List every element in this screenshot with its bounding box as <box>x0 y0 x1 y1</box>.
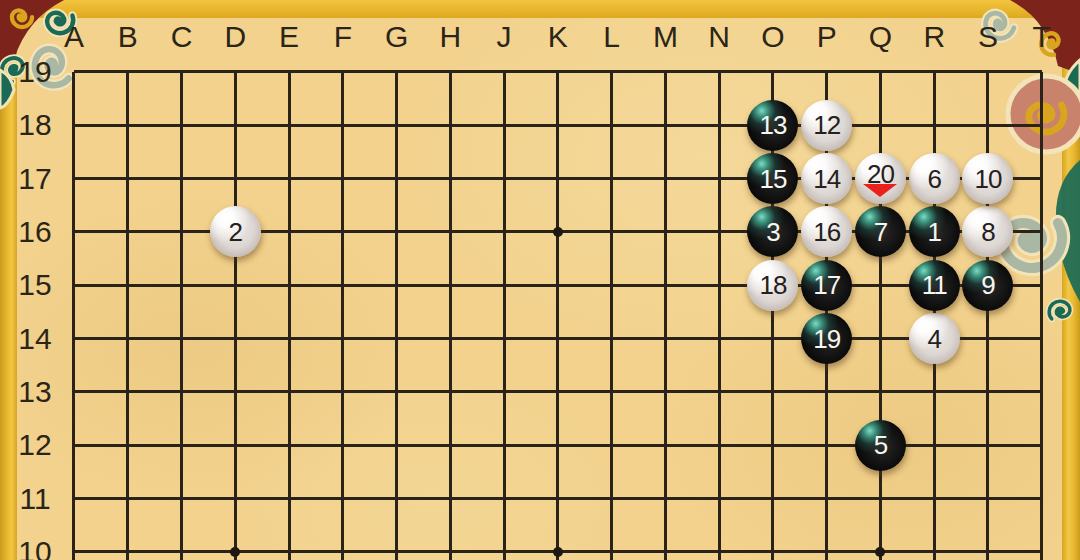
grid-line-v <box>933 472 936 525</box>
intersection-O15[interactable] <box>746 259 800 312</box>
grid-line-v <box>234 259 237 312</box>
grid-line-v <box>933 312 936 365</box>
grid-line-v <box>664 99 667 152</box>
intersection-D14[interactable] <box>208 312 262 365</box>
row-label-18: 18 <box>12 99 58 152</box>
grid-line-v <box>234 365 237 418</box>
grid-line-v <box>503 152 506 205</box>
intersection-O14[interactable] <box>746 312 800 365</box>
grid-line-v <box>341 152 344 205</box>
grid-line-v <box>1040 419 1043 472</box>
column-label-C: C <box>155 16 209 58</box>
intersection-F11[interactable] <box>316 472 370 525</box>
intersection-K16[interactable] <box>531 205 585 258</box>
go-board[interactable] <box>47 45 1069 560</box>
grid-line-v <box>825 419 828 472</box>
grid-line-h <box>1015 337 1042 340</box>
intersection-L16[interactable] <box>585 205 639 258</box>
row-label-16: 16 <box>12 205 58 258</box>
intersection-Q17[interactable] <box>854 152 908 205</box>
column-label-F: F <box>316 16 370 58</box>
intersection-F13[interactable] <box>316 365 370 418</box>
grid-line-h <box>74 70 101 73</box>
grid-line-v <box>825 525 828 560</box>
intersection-T16[interactable] <box>1015 205 1069 258</box>
grid-line-v <box>986 205 989 258</box>
intersection-T10[interactable] <box>1015 525 1069 560</box>
intersection-G16[interactable] <box>370 205 424 258</box>
grid-line-v <box>72 205 75 258</box>
intersection-S17[interactable] <box>961 152 1015 205</box>
intersection-Q15[interactable] <box>854 259 908 312</box>
intersection-M10[interactable] <box>639 525 693 560</box>
intersection-P15[interactable] <box>800 259 854 312</box>
intersection-P12[interactable] <box>800 419 854 472</box>
grid-line-v <box>933 365 936 418</box>
grid-line-v <box>718 525 721 560</box>
intersection-N14[interactable] <box>692 312 746 365</box>
column-label-K: K <box>531 16 585 58</box>
intersection-H14[interactable] <box>423 312 477 365</box>
intersection-C10[interactable] <box>155 525 209 560</box>
intersection-J13[interactable] <box>477 365 531 418</box>
grid-line-v <box>718 419 721 472</box>
grid-line-v <box>288 99 291 152</box>
intersection-J11[interactable] <box>477 472 531 525</box>
grid-line-v <box>503 365 506 418</box>
grid-line-v <box>180 99 183 152</box>
grid-line-v <box>288 205 291 258</box>
intersection-C16[interactable] <box>155 205 209 258</box>
intersection-R10[interactable] <box>907 525 961 560</box>
intersection-K15[interactable] <box>531 259 585 312</box>
intersection-Q16[interactable] <box>854 205 908 258</box>
intersection-M16[interactable] <box>639 205 693 258</box>
grid-line-v <box>288 72 291 99</box>
grid-line-v <box>503 472 506 525</box>
grid-line-v <box>395 419 398 472</box>
grid-line-v <box>72 72 75 99</box>
grid-line-v <box>288 259 291 312</box>
intersection-B16[interactable] <box>101 205 155 258</box>
intersection-B15[interactable] <box>101 259 155 312</box>
grid-line-v <box>72 312 75 365</box>
column-label-G: G <box>370 16 424 58</box>
intersection-D18[interactable] <box>208 99 262 152</box>
grid-line-v <box>664 472 667 525</box>
intersection-S14[interactable] <box>961 312 1015 365</box>
intersection-B18[interactable] <box>101 99 155 152</box>
column-label-J: J <box>477 16 531 58</box>
intersection-M11[interactable] <box>639 472 693 525</box>
intersection-N12[interactable] <box>692 419 746 472</box>
intersection-B12[interactable] <box>101 419 155 472</box>
intersection-J18[interactable] <box>477 99 531 152</box>
intersection-F12[interactable] <box>316 419 370 472</box>
grid-line-h <box>1015 124 1042 127</box>
grid-line-v <box>825 72 828 99</box>
intersection-E16[interactable] <box>262 205 316 258</box>
grid-line-v <box>879 259 882 312</box>
intersection-B11[interactable] <box>101 472 155 525</box>
grid-line-v <box>180 525 183 560</box>
intersection-R13[interactable] <box>907 365 961 418</box>
intersection-O13[interactable] <box>746 365 800 418</box>
intersection-P11[interactable] <box>800 472 854 525</box>
column-label-O: O <box>746 16 800 58</box>
intersection-E12[interactable] <box>262 419 316 472</box>
intersection-M17[interactable] <box>639 152 693 205</box>
intersection-R18[interactable] <box>907 99 961 152</box>
grid-line-v <box>718 259 721 312</box>
intersection-J12[interactable] <box>477 419 531 472</box>
grid-line-v <box>825 312 828 365</box>
intersection-N10[interactable] <box>692 525 746 560</box>
intersection-N17[interactable] <box>692 152 746 205</box>
intersection-J17[interactable] <box>477 152 531 205</box>
grid-line-v <box>395 312 398 365</box>
intersection-G13[interactable] <box>370 365 424 418</box>
intersection-E17[interactable] <box>262 152 316 205</box>
grid-line-v <box>180 72 183 99</box>
intersection-D11[interactable] <box>208 472 262 525</box>
grid-line-v <box>556 419 559 472</box>
intersection-L17[interactable] <box>585 152 639 205</box>
grid-line-v <box>395 72 398 99</box>
grid-line-v <box>180 259 183 312</box>
intersection-K13[interactable] <box>531 365 585 418</box>
intersection-D10[interactable] <box>208 525 262 560</box>
intersection-R15[interactable] <box>907 259 961 312</box>
intersection-H11[interactable] <box>423 472 477 525</box>
intersection-M18[interactable] <box>639 99 693 152</box>
intersection-Q12[interactable] <box>854 419 908 472</box>
intersection-D12[interactable] <box>208 419 262 472</box>
intersection-M13[interactable] <box>639 365 693 418</box>
intersection-H12[interactable] <box>423 419 477 472</box>
grid-line-v <box>556 472 559 525</box>
grid-line-h <box>1015 230 1042 233</box>
grid-line-v <box>126 365 129 418</box>
column-label-B: B <box>101 16 155 58</box>
grid-line-v <box>341 312 344 365</box>
intersection-B13[interactable] <box>101 365 155 418</box>
intersection-T13[interactable] <box>1015 365 1069 418</box>
grid-line-h <box>1015 444 1042 447</box>
intersection-J14[interactable] <box>477 312 531 365</box>
grid-line-v <box>449 525 452 560</box>
intersection-P14[interactable] <box>800 312 854 365</box>
intersection-G10[interactable] <box>370 525 424 560</box>
intersection-E15[interactable] <box>262 259 316 312</box>
intersection-B17[interactable] <box>101 152 155 205</box>
grid-line-v <box>395 259 398 312</box>
intersection-S15[interactable] <box>961 259 1015 312</box>
intersection-C12[interactable] <box>155 419 209 472</box>
intersection-S13[interactable] <box>961 365 1015 418</box>
star-point <box>230 547 240 557</box>
intersection-G14[interactable] <box>370 312 424 365</box>
intersection-P16[interactable] <box>800 205 854 258</box>
intersection-C14[interactable] <box>155 312 209 365</box>
grid-line-v <box>986 152 989 205</box>
grid-line-v <box>933 152 936 205</box>
grid-line-v <box>503 312 506 365</box>
intersection-D13[interactable] <box>208 365 262 418</box>
intersection-J15[interactable] <box>477 259 531 312</box>
grid-line-v <box>771 525 774 560</box>
intersection-H15[interactable] <box>423 259 477 312</box>
column-label-T: T <box>1015 16 1069 58</box>
grid-line-v <box>986 419 989 472</box>
grid-line-v <box>126 72 129 99</box>
grid-line-v <box>1040 259 1043 312</box>
intersection-H16[interactable] <box>423 205 477 258</box>
intersection-L12[interactable] <box>585 419 639 472</box>
intersection-G18[interactable] <box>370 99 424 152</box>
intersection-L18[interactable] <box>585 99 639 152</box>
grid-line-h <box>74 444 101 447</box>
intersection-Q14[interactable] <box>854 312 908 365</box>
intersection-O10[interactable] <box>746 525 800 560</box>
intersection-R11[interactable] <box>907 472 961 525</box>
grid-line-v <box>72 259 75 312</box>
grid-line-h <box>74 550 101 553</box>
grid-line-v <box>556 259 559 312</box>
intersection-K12[interactable] <box>531 419 585 472</box>
row-label-15: 15 <box>12 259 58 312</box>
go-board-screen: ABCDEFGHJKLMNOPQRST 19181716151413121110… <box>0 0 1080 560</box>
grid-line-v <box>503 205 506 258</box>
intersection-K11[interactable] <box>531 472 585 525</box>
intersection-N13[interactable] <box>692 365 746 418</box>
grid-line-v <box>610 72 613 99</box>
intersection-F16[interactable] <box>316 205 370 258</box>
grid-line-v <box>825 205 828 258</box>
intersection-R12[interactable] <box>907 419 961 472</box>
column-label-L: L <box>585 16 639 58</box>
grid-line-v <box>879 419 882 472</box>
grid-line-h <box>1015 177 1042 180</box>
intersection-T17[interactable] <box>1015 152 1069 205</box>
grid-line-v <box>126 472 129 525</box>
grid-line-v <box>234 152 237 205</box>
intersection-N18[interactable] <box>692 99 746 152</box>
grid-line-v <box>825 365 828 418</box>
grid-line-v <box>503 72 506 99</box>
intersection-C11[interactable] <box>155 472 209 525</box>
intersection-N15[interactable] <box>692 259 746 312</box>
grid-line-v <box>1040 312 1043 365</box>
grid-line-v <box>341 259 344 312</box>
intersection-K10[interactable] <box>531 525 585 560</box>
grid-line-v <box>610 99 613 152</box>
grid-line-v <box>288 312 291 365</box>
grid-line-v <box>126 525 129 560</box>
intersection-Q18[interactable] <box>854 99 908 152</box>
grid-line-v <box>72 365 75 418</box>
grid-line-v <box>1040 72 1043 99</box>
intersection-D16[interactable] <box>208 205 262 258</box>
intersection-T15[interactable] <box>1015 259 1069 312</box>
grid-line-v <box>234 419 237 472</box>
grid-line-v <box>449 205 452 258</box>
grid-line-v <box>126 152 129 205</box>
grid-line-v <box>718 205 721 258</box>
intersection-O16[interactable] <box>746 205 800 258</box>
intersection-F10[interactable] <box>316 525 370 560</box>
intersection-E10[interactable] <box>262 525 316 560</box>
grid-line-h <box>74 497 101 500</box>
grid-line-v <box>986 99 989 152</box>
intersection-G11[interactable] <box>370 472 424 525</box>
row-label-19: 19 <box>12 45 58 98</box>
intersection-G12[interactable] <box>370 419 424 472</box>
grid-line-v <box>1040 99 1043 152</box>
intersection-H18[interactable] <box>423 99 477 152</box>
intersection-R14[interactable] <box>907 312 961 365</box>
grid-line-v <box>718 72 721 99</box>
intersection-H10[interactable] <box>423 525 477 560</box>
grid-line-v <box>556 72 559 99</box>
grid-line-v <box>771 472 774 525</box>
intersection-N11[interactable] <box>692 472 746 525</box>
row-label-10: 10 <box>12 525 58 560</box>
intersection-B14[interactable] <box>101 312 155 365</box>
intersection-H17[interactable] <box>423 152 477 205</box>
star-point <box>875 547 885 557</box>
intersection-C18[interactable] <box>155 99 209 152</box>
intersection-R17[interactable] <box>907 152 961 205</box>
intersection-S10[interactable] <box>961 525 1015 560</box>
intersection-L13[interactable] <box>585 365 639 418</box>
intersection-S11[interactable] <box>961 472 1015 525</box>
intersection-H13[interactable] <box>423 365 477 418</box>
grid-line-v <box>664 259 667 312</box>
intersection-E18[interactable] <box>262 99 316 152</box>
grid-line-v <box>610 312 613 365</box>
intersection-B10[interactable] <box>101 525 155 560</box>
intersection-L15[interactable] <box>585 259 639 312</box>
intersection-G15[interactable] <box>370 259 424 312</box>
grid-line-v <box>234 312 237 365</box>
intersection-L14[interactable] <box>585 312 639 365</box>
grid-line-h <box>74 124 101 127</box>
intersection-K18[interactable] <box>531 99 585 152</box>
intersection-D17[interactable] <box>208 152 262 205</box>
intersection-M15[interactable] <box>639 259 693 312</box>
grid-line-v <box>180 419 183 472</box>
grid-line-v <box>449 312 452 365</box>
grid-line-v <box>664 312 667 365</box>
grid-line-v <box>1040 205 1043 258</box>
grid-line-v <box>664 205 667 258</box>
intersection-Q10[interactable] <box>854 525 908 560</box>
grid-line-v <box>933 205 936 258</box>
grid-line-v <box>986 525 989 560</box>
intersection-R16[interactable] <box>907 205 961 258</box>
intersection-P13[interactable] <box>800 365 854 418</box>
grid-line-v <box>879 365 882 418</box>
grid-line-v <box>610 525 613 560</box>
intersection-J10[interactable] <box>477 525 531 560</box>
intersection-N16[interactable] <box>692 205 746 258</box>
intersection-L10[interactable] <box>585 525 639 560</box>
grid-line-v <box>288 419 291 472</box>
grid-line-v <box>1040 365 1043 418</box>
grid-line-v <box>126 205 129 258</box>
intersection-F18[interactable] <box>316 99 370 152</box>
grid-line-h <box>1015 390 1042 393</box>
intersection-C15[interactable] <box>155 259 209 312</box>
grid-line-v <box>126 419 129 472</box>
grid-line-v <box>718 99 721 152</box>
intersection-O12[interactable] <box>746 419 800 472</box>
intersection-T11[interactable] <box>1015 472 1069 525</box>
intersection-C17[interactable] <box>155 152 209 205</box>
row-label-14: 14 <box>12 312 58 365</box>
grid-line-v <box>610 205 613 258</box>
intersection-E11[interactable] <box>262 472 316 525</box>
intersection-L11[interactable] <box>585 472 639 525</box>
intersection-T14[interactable] <box>1015 312 1069 365</box>
intersection-T12[interactable] <box>1015 419 1069 472</box>
intersection-P18[interactable] <box>800 99 854 152</box>
intersection-M14[interactable] <box>639 312 693 365</box>
grid-line-v <box>771 152 774 205</box>
intersection-D15[interactable] <box>208 259 262 312</box>
grid-line-v <box>771 99 774 152</box>
intersection-E13[interactable] <box>262 365 316 418</box>
intersection-P10[interactable] <box>800 525 854 560</box>
column-label-P: P <box>800 16 854 58</box>
intersection-T18[interactable] <box>1015 99 1069 152</box>
intersection-C13[interactable] <box>155 365 209 418</box>
column-label-H: H <box>423 16 477 58</box>
grid-line-v <box>933 259 936 312</box>
grid-line-v <box>610 259 613 312</box>
intersection-P17[interactable] <box>800 152 854 205</box>
intersection-Q13[interactable] <box>854 365 908 418</box>
grid-line-v <box>341 525 344 560</box>
intersection-K14[interactable] <box>531 312 585 365</box>
intersection-O18[interactable] <box>746 99 800 152</box>
grid-line-v <box>933 99 936 152</box>
intersection-O17[interactable] <box>746 152 800 205</box>
intersection-S12[interactable] <box>961 419 1015 472</box>
intersection-S18[interactable] <box>961 99 1015 152</box>
intersection-J16[interactable] <box>477 205 531 258</box>
intersection-F17[interactable] <box>316 152 370 205</box>
star-point <box>875 227 885 237</box>
intersection-F15[interactable] <box>316 259 370 312</box>
intersection-F14[interactable] <box>316 312 370 365</box>
intersection-K17[interactable] <box>531 152 585 205</box>
intersection-S16[interactable] <box>961 205 1015 258</box>
grid-line-v <box>180 312 183 365</box>
grid-line-v <box>449 419 452 472</box>
intersection-M12[interactable] <box>639 419 693 472</box>
intersection-G17[interactable] <box>370 152 424 205</box>
grid-line-v <box>341 205 344 258</box>
intersection-E14[interactable] <box>262 312 316 365</box>
intersection-O11[interactable] <box>746 472 800 525</box>
grid-line-v <box>986 472 989 525</box>
row-label-13: 13 <box>12 365 58 418</box>
intersection-Q11[interactable] <box>854 472 908 525</box>
row-labels: 19181716151413121110 <box>12 45 58 560</box>
grid-line-v <box>718 152 721 205</box>
